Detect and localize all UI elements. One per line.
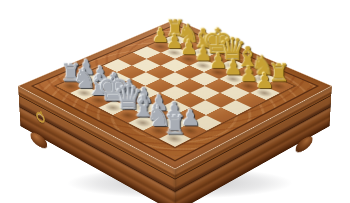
chess-set-photo: ♜♞♝♚♛♝♞♜♟♟♟♟♟♟♟♟♟♟♟♟♟♟♟♟♜♞♝♚♛♝♞♜ [0,0,350,203]
black-pawn-h7: ♟ [250,70,279,93]
white-rook-h1: ♜ [158,111,193,139]
case-foot-right [296,134,313,156]
scene: ♜♞♝♚♛♝♞♜♟♟♟♟♟♟♟♟♟♟♟♟♟♟♟♟♜♞♝♚♛♝♞♜ [0,0,350,203]
case-foot-left [30,130,47,151]
chess-case-assembly: ♜♞♝♚♛♝♞♜♟♟♟♟♟♟♟♟♟♟♟♟♟♟♟♟♜♞♝♚♛♝♞♜ [18,19,332,169]
